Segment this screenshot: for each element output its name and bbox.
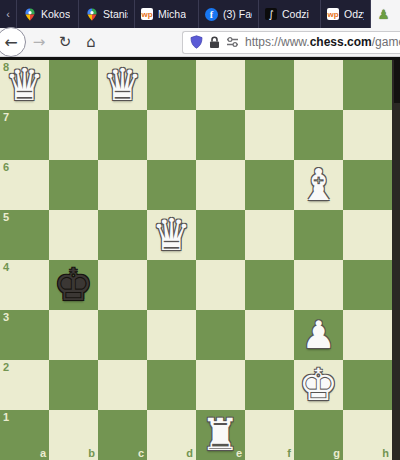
- tab-micha[interactable]: wp Micha: [134, 0, 198, 28]
- rank-label-3: 3: [3, 311, 9, 323]
- tab-facebook[interactable]: f (3) Fac: [198, 0, 258, 28]
- url-text[interactable]: https://www.chess.com/game/live/: [245, 35, 400, 49]
- facebook-icon: f: [205, 8, 218, 21]
- square-g8[interactable]: [294, 60, 343, 110]
- tab-chess-active[interactable]: ♟ P: [370, 0, 400, 28]
- google-maps-pin-icon: [23, 8, 36, 21]
- square-c1[interactable]: c: [98, 410, 147, 460]
- square-f6[interactable]: [245, 160, 294, 210]
- forward-button[interactable]: →: [26, 29, 52, 55]
- page-right-gutter: [392, 60, 400, 460]
- back-button[interactable]: ←: [0, 27, 26, 57]
- square-e5[interactable]: [196, 210, 245, 260]
- file-label-c: c: [138, 447, 144, 459]
- chess-board: 8♛♛76♝5♛4♚3♟2♚1abcde♜fgh: [0, 60, 392, 460]
- white-queen-piece[interactable]: ♛: [98, 60, 147, 110]
- square-a5[interactable]: 5: [0, 210, 49, 260]
- square-c5[interactable]: [98, 210, 147, 260]
- square-d8[interactable]: [147, 60, 196, 110]
- rank-label-4: 4: [3, 261, 9, 273]
- reload-button[interactable]: ↻: [52, 29, 78, 55]
- square-f3[interactable]: [245, 310, 294, 360]
- square-c2[interactable]: [98, 360, 147, 410]
- square-b8[interactable]: [49, 60, 98, 110]
- square-e7[interactable]: [196, 110, 245, 160]
- square-b4[interactable]: ♚: [49, 260, 98, 310]
- square-b6[interactable]: [49, 160, 98, 210]
- tab-codzi[interactable]: ∫ Codzi: [258, 0, 320, 28]
- file-label-b: b: [88, 447, 95, 459]
- square-h7[interactable]: [343, 110, 392, 160]
- square-h5[interactable]: [343, 210, 392, 260]
- square-g3[interactable]: ♟: [294, 310, 343, 360]
- square-b2[interactable]: [49, 360, 98, 410]
- tab-bar: ‹ Kokos: [0, 0, 400, 28]
- tab-label: Odzys: [344, 8, 364, 20]
- square-c7[interactable]: [98, 110, 147, 160]
- square-g4[interactable]: [294, 260, 343, 310]
- square-d7[interactable]: [147, 110, 196, 160]
- google-maps-pin-icon: [85, 8, 98, 21]
- square-d5[interactable]: ♛: [147, 210, 196, 260]
- file-label-d: d: [186, 447, 193, 459]
- square-d3[interactable]: [147, 310, 196, 360]
- square-h4[interactable]: [343, 260, 392, 310]
- tab-label: Micha: [158, 8, 186, 20]
- wp-logo-icon: wp: [327, 8, 339, 20]
- tab-label: Kokos: [41, 8, 70, 20]
- square-d6[interactable]: [147, 160, 196, 210]
- square-b7[interactable]: [49, 110, 98, 160]
- browser-window: ‹ Kokos: [0, 0, 400, 460]
- white-queen-piece[interactable]: ♛: [147, 210, 196, 260]
- square-f2[interactable]: [245, 360, 294, 410]
- square-f5[interactable]: [245, 210, 294, 260]
- square-a1[interactable]: 1a: [0, 410, 49, 460]
- square-g6[interactable]: ♝: [294, 160, 343, 210]
- square-h1[interactable]: h: [343, 410, 392, 460]
- rank-label-6: 6: [3, 161, 9, 173]
- home-button[interactable]: ⌂: [78, 29, 104, 55]
- square-c8[interactable]: ♛: [98, 60, 147, 110]
- white-pawn-piece[interactable]: ♟: [294, 310, 343, 360]
- rank-label-1: 1: [3, 411, 9, 423]
- square-a7[interactable]: 7: [0, 110, 49, 160]
- square-a3[interactable]: 3: [0, 310, 49, 360]
- square-h8[interactable]: [343, 60, 392, 110]
- square-h6[interactable]: [343, 160, 392, 210]
- square-e1[interactable]: e♜: [196, 410, 245, 460]
- black-square-logo-icon: ∫: [265, 8, 277, 20]
- white-rook-piece[interactable]: ♜: [196, 410, 245, 460]
- square-b5[interactable]: [49, 210, 98, 260]
- tab-odzys[interactable]: wp Odzys: [320, 0, 370, 28]
- square-g1[interactable]: g: [294, 410, 343, 460]
- square-h3[interactable]: [343, 310, 392, 360]
- square-e6[interactable]: [196, 160, 245, 210]
- rank-label-7: 7: [3, 111, 9, 123]
- file-label-g: g: [333, 447, 340, 459]
- scrollbar-track[interactable]: [394, 60, 400, 103]
- square-a4[interactable]: 4: [0, 260, 49, 310]
- chess-pawn-icon: ♟: [377, 8, 390, 21]
- wp-logo-icon: wp: [141, 8, 153, 20]
- file-label-a: a: [40, 447, 46, 459]
- tab-label: (3) Fac: [223, 8, 252, 20]
- square-d2[interactable]: [147, 360, 196, 410]
- square-g2[interactable]: ♚: [294, 360, 343, 410]
- square-e8[interactable]: [196, 60, 245, 110]
- square-f1[interactable]: f: [245, 410, 294, 460]
- scroll-tabs-left-button[interactable]: ‹: [0, 0, 16, 28]
- white-queen-piece[interactable]: ♛: [0, 60, 49, 110]
- square-e4[interactable]: [196, 260, 245, 310]
- square-a8[interactable]: 8♛: [0, 60, 49, 110]
- white-bishop-piece[interactable]: ♝: [294, 160, 343, 210]
- square-f8[interactable]: [245, 60, 294, 110]
- square-b3[interactable]: [49, 310, 98, 360]
- file-label-f: f: [287, 447, 291, 459]
- tab-label: Stanis: [103, 8, 128, 20]
- address-bar[interactable]: https://www.chess.com/game/live/: [182, 31, 400, 54]
- tracking-protection-shield-icon[interactable]: [190, 35, 203, 49]
- square-c4[interactable]: [98, 260, 147, 310]
- square-b1[interactable]: b: [49, 410, 98, 460]
- square-e2[interactable]: [196, 360, 245, 410]
- square-c6[interactable]: [98, 160, 147, 210]
- tab-stanis[interactable]: Stanis: [78, 0, 134, 28]
- file-label-h: h: [382, 447, 389, 459]
- rank-label-5: 5: [3, 211, 9, 223]
- permissions-icon[interactable]: [226, 36, 239, 48]
- square-e3[interactable]: [196, 310, 245, 360]
- browser-toolbar: ← → ↻ ⌂: [0, 28, 400, 57]
- square-a6[interactable]: 6: [0, 160, 49, 210]
- square-d4[interactable]: [147, 260, 196, 310]
- black-king-piece[interactable]: ♚: [49, 260, 98, 310]
- lock-icon[interactable]: [209, 36, 220, 49]
- rank-label-2: 2: [3, 361, 9, 373]
- square-a2[interactable]: 2: [0, 360, 49, 410]
- square-c3[interactable]: [98, 310, 147, 360]
- square-g7[interactable]: [294, 110, 343, 160]
- square-f4[interactable]: [245, 260, 294, 310]
- tab-label: Codzi: [282, 8, 309, 20]
- white-king-piece[interactable]: ♚: [294, 360, 343, 410]
- square-h2[interactable]: [343, 360, 392, 410]
- tab-kokos[interactable]: Kokos: [16, 0, 78, 28]
- square-d1[interactable]: d: [147, 410, 196, 460]
- square-g5[interactable]: [294, 210, 343, 260]
- square-f7[interactable]: [245, 110, 294, 160]
